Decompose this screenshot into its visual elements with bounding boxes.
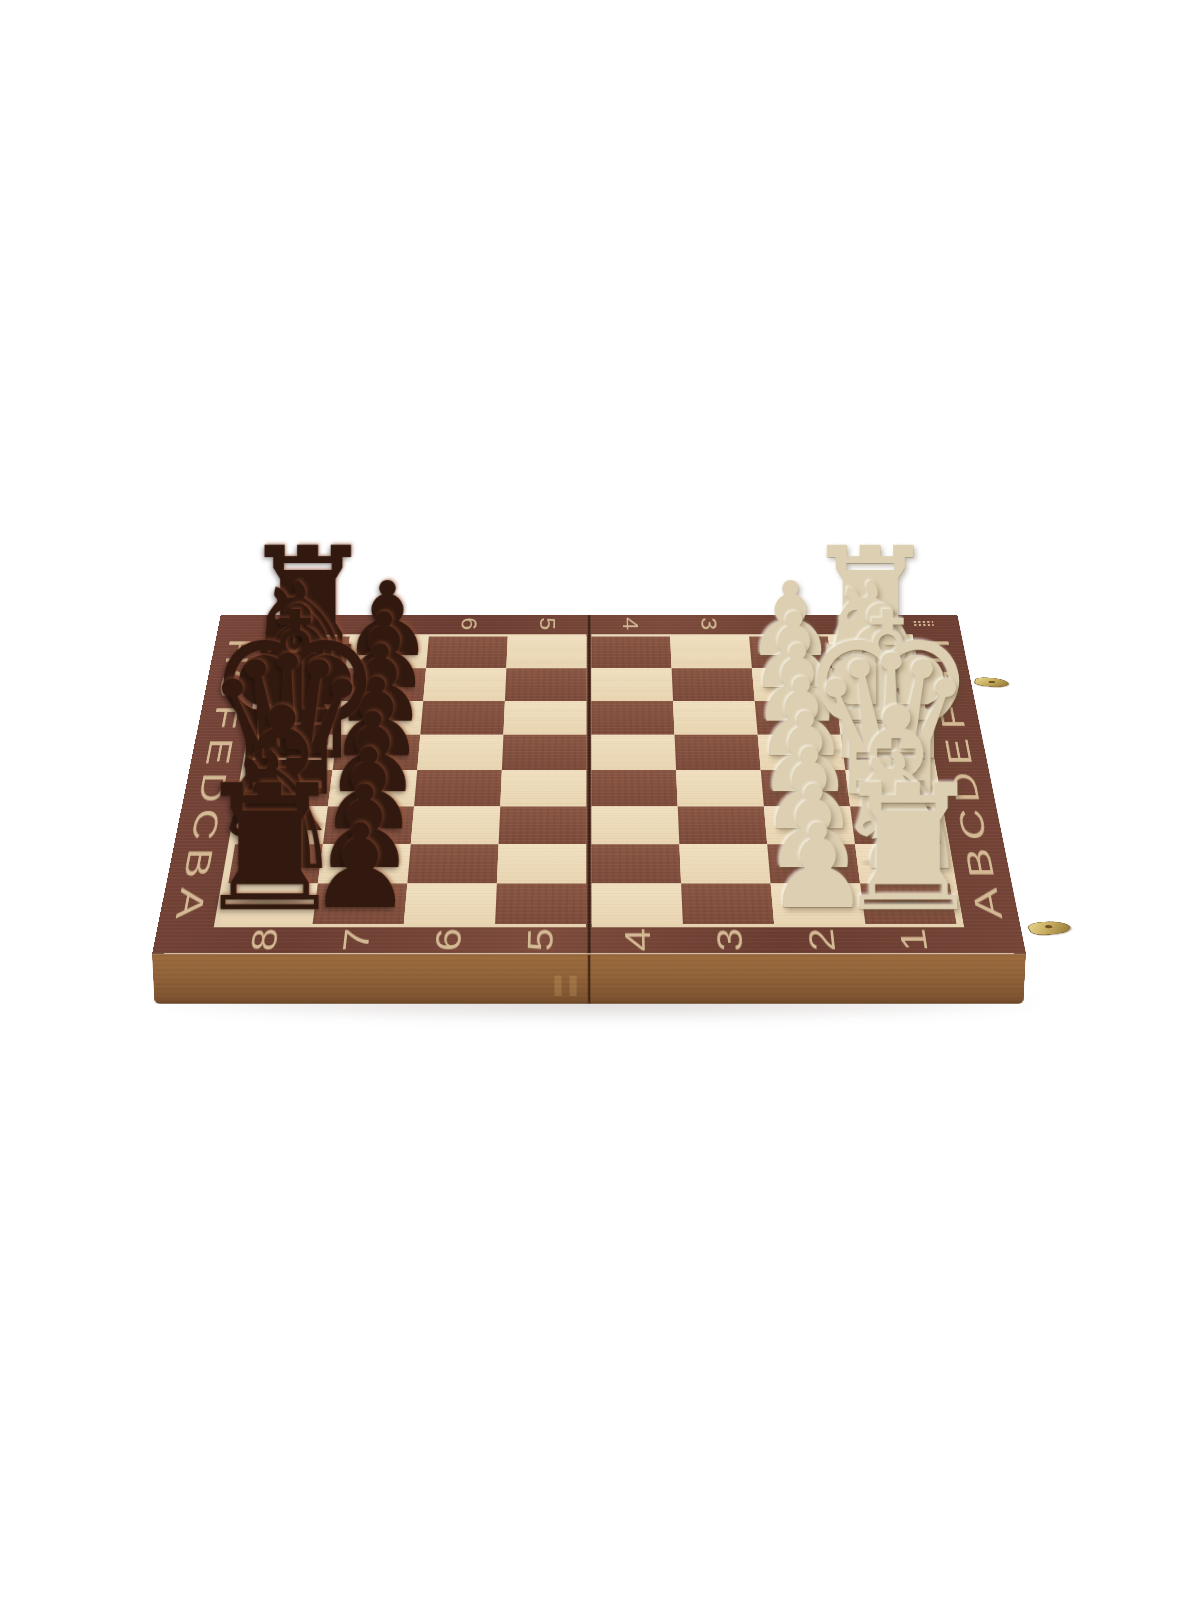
rank-label-near-6: 6 [430, 928, 467, 951]
square-g4[interactable] [591, 668, 673, 701]
square-h5[interactable] [506, 637, 586, 669]
square-c4[interactable] [591, 806, 679, 844]
square-e4[interactable] [591, 735, 676, 770]
rank-label-near-3: 3 [711, 928, 748, 951]
square-d4[interactable] [591, 770, 677, 806]
square-g5[interactable] [505, 668, 587, 701]
square-b4[interactable] [592, 844, 682, 883]
square-b5[interactable] [497, 844, 587, 883]
box-front-face [152, 953, 1026, 1003]
rank-label-near-7: 7 [337, 928, 375, 951]
brass-latch-lower [1025, 920, 1074, 936]
rank-label-near-4: 4 [620, 928, 656, 951]
rank-label-near-2: 2 [803, 928, 841, 951]
rank-label-far-4: 4 [619, 617, 642, 630]
box-front-seam [587, 955, 591, 1004]
latch-pin-icon [988, 680, 995, 683]
square-f4[interactable] [591, 701, 674, 735]
square-f5[interactable] [503, 701, 586, 735]
square-a5[interactable] [495, 884, 586, 925]
rank-label-near-8: 8 [245, 928, 284, 951]
square-e5[interactable] [502, 735, 587, 770]
product-photo-page: HGFEDCBAHGFEDCBA8765432187654321♜♞♝♛♚♝♞♜… [0, 0, 1200, 1600]
chess-board: HGFEDCBAHGFEDCBA8765432187654321♜♞♝♛♚♝♞♜… [152, 615, 1026, 953]
square-h4[interactable] [591, 637, 671, 669]
square-c5[interactable] [499, 806, 587, 844]
dovetail-joint [554, 976, 584, 996]
rank-label-near-5: 5 [522, 928, 558, 951]
square-d5[interactable] [500, 770, 586, 806]
square-a4[interactable] [592, 884, 683, 925]
rank-label-far-5: 5 [536, 617, 559, 630]
latch-pin-icon [1044, 925, 1053, 929]
rank-label-near-1: 1 [894, 928, 933, 951]
